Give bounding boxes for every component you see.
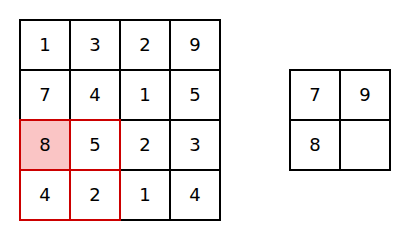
input-cell-r4c2: 2: [71, 171, 119, 219]
input-cell-r4c3: 1: [121, 171, 169, 219]
input-cell-r2c2: 4: [71, 71, 119, 119]
input-cell-r3c2: 5: [71, 121, 119, 169]
input-cell-r3c1-max-highlight: 8: [21, 121, 69, 169]
output-grid-2x2: 7 9 8: [289, 69, 391, 171]
input-cell-r2c3: 1: [121, 71, 169, 119]
input-cell-r1c3: 2: [121, 21, 169, 69]
output-cell-r1c1: 7: [291, 71, 339, 119]
input-cell-r1c2: 3: [71, 21, 119, 69]
output-cell-r2c2-empty[interactable]: [341, 121, 389, 169]
input-cell-r1c4: 9: [171, 21, 219, 69]
input-grid-4x4: 1 3 2 9 7 4 1 5 8 5 2 3 4 2 1 4: [19, 19, 221, 221]
input-cell-r3c4: 3: [171, 121, 219, 169]
input-cell-r2c1: 7: [21, 71, 69, 119]
input-cell-r3c3: 2: [121, 121, 169, 169]
puzzle-canvas: 1 3 2 9 7 4 1 5 8 5 2 3 4 2 1 4 7 9 8: [0, 0, 410, 240]
output-cell-r1c2: 9: [341, 71, 389, 119]
output-cell-r2c1: 8: [291, 121, 339, 169]
input-cell-r4c1: 4: [21, 171, 69, 219]
input-cell-r2c4: 5: [171, 71, 219, 119]
input-cell-r4c4: 4: [171, 171, 219, 219]
input-cell-r1c1: 1: [21, 21, 69, 69]
